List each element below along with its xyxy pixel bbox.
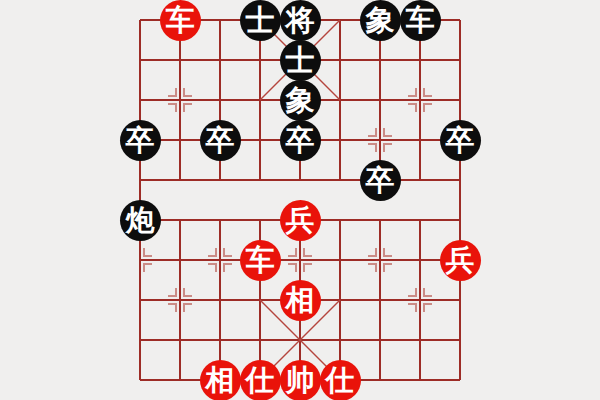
- xiangqi-board-diagram: 车士将象车士象卒卒卒卒卒炮兵车兵相相仕帅仕: [0, 0, 600, 400]
- piece-red-chariot[interactable]: 车: [240, 240, 281, 281]
- piece-red-elephant[interactable]: 相: [280, 280, 321, 321]
- piece-black-general[interactable]: 将: [280, 0, 321, 41]
- piece-black-cannon[interactable]: 炮: [120, 200, 161, 241]
- piece-black-soldier[interactable]: 卒: [360, 160, 401, 201]
- piece-red-chariot[interactable]: 车: [160, 0, 201, 41]
- piece-black-soldier[interactable]: 卒: [440, 120, 481, 161]
- piece-black-elephant[interactable]: 象: [360, 0, 401, 41]
- piece-red-elephant[interactable]: 相: [200, 360, 241, 400]
- piece-black-soldier[interactable]: 卒: [280, 120, 321, 161]
- piece-black-advisor[interactable]: 士: [280, 40, 321, 81]
- piece-black-advisor[interactable]: 士: [240, 0, 281, 41]
- piece-red-advisor[interactable]: 仕: [240, 360, 281, 400]
- pieces-layer: 车士将象车士象卒卒卒卒卒炮兵车兵相相仕帅仕: [120, 0, 480, 400]
- piece-red-soldier[interactable]: 兵: [280, 200, 321, 241]
- piece-black-soldier[interactable]: 卒: [200, 120, 241, 161]
- piece-red-general[interactable]: 帅: [280, 360, 321, 400]
- piece-red-advisor[interactable]: 仕: [320, 360, 361, 400]
- piece-red-soldier[interactable]: 兵: [440, 240, 481, 281]
- piece-black-elephant[interactable]: 象: [280, 80, 321, 121]
- piece-black-soldier[interactable]: 卒: [120, 120, 161, 161]
- piece-black-chariot[interactable]: 车: [400, 0, 441, 41]
